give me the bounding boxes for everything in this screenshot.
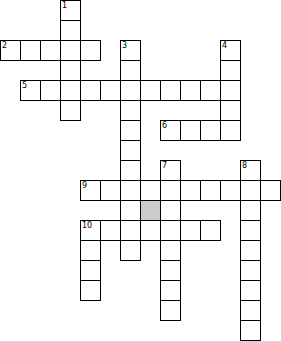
cell-r10c6[interactable] xyxy=(120,200,141,221)
cell-r2c1[interactable] xyxy=(20,40,41,61)
cell-r4c11[interactable] xyxy=(220,80,241,101)
cell-r10c8[interactable] xyxy=(160,200,181,221)
clue-number-2: 2 xyxy=(2,41,7,50)
cell-r11c5[interactable] xyxy=(100,220,121,241)
cell-r2c4[interactable] xyxy=(80,40,101,61)
cell-r9c11[interactable] xyxy=(220,180,241,201)
cell-r6c9[interactable] xyxy=(180,120,201,141)
cell-r4c2[interactable] xyxy=(40,80,61,101)
cell-r1c3[interactable] xyxy=(60,20,81,41)
cell-r8c12[interactable]: 8 xyxy=(240,160,261,181)
cell-r0c3[interactable]: 1 xyxy=(60,0,81,21)
cell-r11c6[interactable] xyxy=(120,220,141,241)
cell-r9c6[interactable] xyxy=(120,180,141,201)
cell-r11c4[interactable]: 10 xyxy=(80,220,101,241)
clue-number-4: 4 xyxy=(222,41,227,50)
cell-r6c11[interactable] xyxy=(220,120,241,141)
clue-number-7: 7 xyxy=(162,161,167,170)
cell-r6c10[interactable] xyxy=(200,120,221,141)
cell-r11c10[interactable] xyxy=(200,220,221,241)
cell-r12c8[interactable] xyxy=(160,240,181,261)
clue-number-1: 1 xyxy=(62,1,67,10)
clue-number-10: 10 xyxy=(82,221,92,230)
cell-r6c6[interactable] xyxy=(120,120,141,141)
clue-number-6: 6 xyxy=(162,121,167,130)
cell-r12c12[interactable] xyxy=(240,240,261,261)
cell-r4c9[interactable] xyxy=(180,80,201,101)
cell-r3c6[interactable] xyxy=(120,60,141,81)
cell-r11c12[interactable] xyxy=(240,220,261,241)
cell-r15c8[interactable] xyxy=(160,300,181,321)
cell-r4c4[interactable] xyxy=(80,80,101,101)
cell-r5c3[interactable] xyxy=(60,100,81,121)
cell-r8c8[interactable]: 7 xyxy=(160,160,181,181)
cell-r6c8[interactable]: 6 xyxy=(160,120,181,141)
clue-number-9: 9 xyxy=(82,181,87,190)
cell-r8c6[interactable] xyxy=(120,160,141,181)
cell-r9c9[interactable] xyxy=(180,180,201,201)
cell-r4c10[interactable] xyxy=(200,80,221,101)
cell-r4c1[interactable]: 5 xyxy=(20,80,41,101)
cell-r3c3[interactable] xyxy=(60,60,81,81)
cell-r9c7[interactable] xyxy=(140,180,161,201)
cell-r11c7[interactable] xyxy=(140,220,161,241)
cell-r9c4[interactable]: 9 xyxy=(80,180,101,201)
cell-r5c11[interactable] xyxy=(220,100,241,121)
cell-r4c6[interactable] xyxy=(120,80,141,101)
cell-r9c13[interactable] xyxy=(260,180,281,201)
cell-r14c8[interactable] xyxy=(160,280,181,301)
cell-r14c4[interactable] xyxy=(80,280,101,301)
clue-number-3: 3 xyxy=(122,41,127,50)
cell-r9c5[interactable] xyxy=(100,180,121,201)
cell-r11c9[interactable] xyxy=(180,220,201,241)
cell-r4c5[interactable] xyxy=(100,80,121,101)
cell-r12c4[interactable] xyxy=(80,240,101,261)
clue-number-8: 8 xyxy=(242,161,247,170)
cell-r2c0[interactable]: 2 xyxy=(0,40,21,61)
crossword-page: 12345678910 xyxy=(0,0,281,341)
cell-r9c12[interactable] xyxy=(240,180,261,201)
cell-r4c8[interactable] xyxy=(160,80,181,101)
cell-r15c12[interactable] xyxy=(240,300,261,321)
cell-r10c12[interactable] xyxy=(240,200,261,221)
cell-r13c12[interactable] xyxy=(240,260,261,281)
cell-r13c4[interactable] xyxy=(80,260,101,281)
cell-r3c11[interactable] xyxy=(220,60,241,81)
cell-r5c6[interactable] xyxy=(120,100,141,121)
cell-r9c10[interactable] xyxy=(200,180,221,201)
cell-r7c6[interactable] xyxy=(120,140,141,161)
cell-r4c7[interactable] xyxy=(140,80,161,101)
cell-r13c8[interactable] xyxy=(160,260,181,281)
cell-r12c6[interactable] xyxy=(120,240,141,261)
cell-r9c8[interactable] xyxy=(160,180,181,201)
cell-r2c2[interactable] xyxy=(40,40,61,61)
cell-r4c3[interactable] xyxy=(60,80,81,101)
cell-r11c8[interactable] xyxy=(160,220,181,241)
shaded-cell-r10c7[interactable] xyxy=(140,200,161,221)
crossword-board: 12345678910 xyxy=(0,0,281,341)
cell-r14c12[interactable] xyxy=(240,280,261,301)
cell-r2c11[interactable]: 4 xyxy=(220,40,241,61)
cell-r16c12[interactable] xyxy=(240,320,261,341)
clue-number-5: 5 xyxy=(22,81,27,90)
cell-r2c3[interactable] xyxy=(60,40,81,61)
cell-r2c6[interactable]: 3 xyxy=(120,40,141,61)
